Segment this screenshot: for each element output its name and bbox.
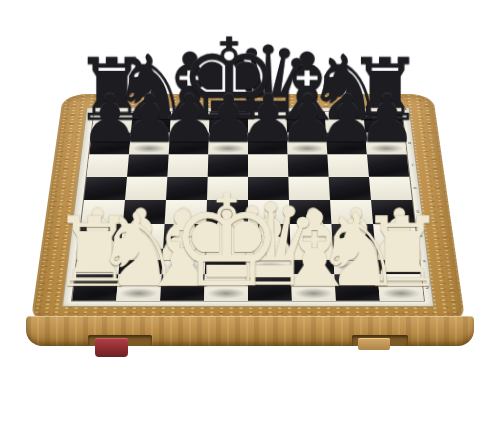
square-h7[interactable]: ♟ xyxy=(365,133,407,155)
square-h6[interactable] xyxy=(367,154,409,176)
chess-board: ♜♞♝♚♛♝♞♜♟♟♟♟♟♟♟♟♟♟♟♟♟♟♟♟♜♞♝♚♛♝♞♜ xyxy=(71,111,425,301)
rank-label: 7 xyxy=(409,164,416,167)
square-f6[interactable] xyxy=(288,154,329,176)
rank-label: 6 xyxy=(411,187,418,190)
board-surface: ♜♞♝♚♛♝♞♜♟♟♟♟♟♟♟♟♟♟♟♟♟♟♟♟♜♞♝♚♛♝♞♜ 8 7 6 5… xyxy=(63,108,433,306)
square-a6[interactable] xyxy=(87,154,129,176)
board-frame: ♜♞♝♚♛♝♞♜♟♟♟♟♟♟♟♟♟♟♟♟♟♟♟♟♜♞♝♚♛♝♞♜ 8 7 6 5… xyxy=(30,94,466,325)
square-g6[interactable] xyxy=(327,154,369,176)
scene-perspective: ♜♞♝♚♛♝♞♜♟♟♟♟♟♟♟♟♟♟♟♟♟♟♟♟♜♞♝♚♛♝♞♜ 8 7 6 5… xyxy=(0,0,500,432)
square-d1[interactable]: ♚ xyxy=(204,274,248,301)
piece-white-king[interactable]: ♚ xyxy=(169,177,283,304)
square-b6[interactable] xyxy=(127,154,169,176)
red-latch xyxy=(95,338,128,357)
chess-set-photo: ♜♞♝♚♛♝♞♜♟♟♟♟♟♟♟♟♟♟♟♟♟♟♟♟♜♞♝♚♛♝♞♜ 8 7 6 5… xyxy=(0,0,500,432)
piece-black-pawn[interactable]: ♟ xyxy=(357,86,416,152)
wood-clasp xyxy=(358,338,390,350)
